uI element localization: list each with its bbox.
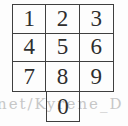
digit-grid: 1 2 3 4 5 6 7 8 9 (12, 4, 114, 92)
grid-cell-1: 1 (13, 5, 46, 34)
grid-cell-2: 2 (46, 5, 79, 34)
grid-cell-6: 6 (80, 34, 113, 63)
grid-cell-5: 5 (46, 34, 79, 63)
grid-cell-3: 3 (80, 5, 113, 34)
grid-cell-0: 0 (46, 91, 80, 122)
grid-cell-9: 9 (80, 62, 113, 91)
grid-cell-4: 4 (13, 34, 46, 63)
grid-cell-8: 8 (46, 62, 79, 91)
grid-cell-7: 7 (13, 62, 46, 91)
keypad-diagram: net/Kyrene_D 1 2 3 4 5 6 7 8 9 0 (0, 0, 128, 126)
